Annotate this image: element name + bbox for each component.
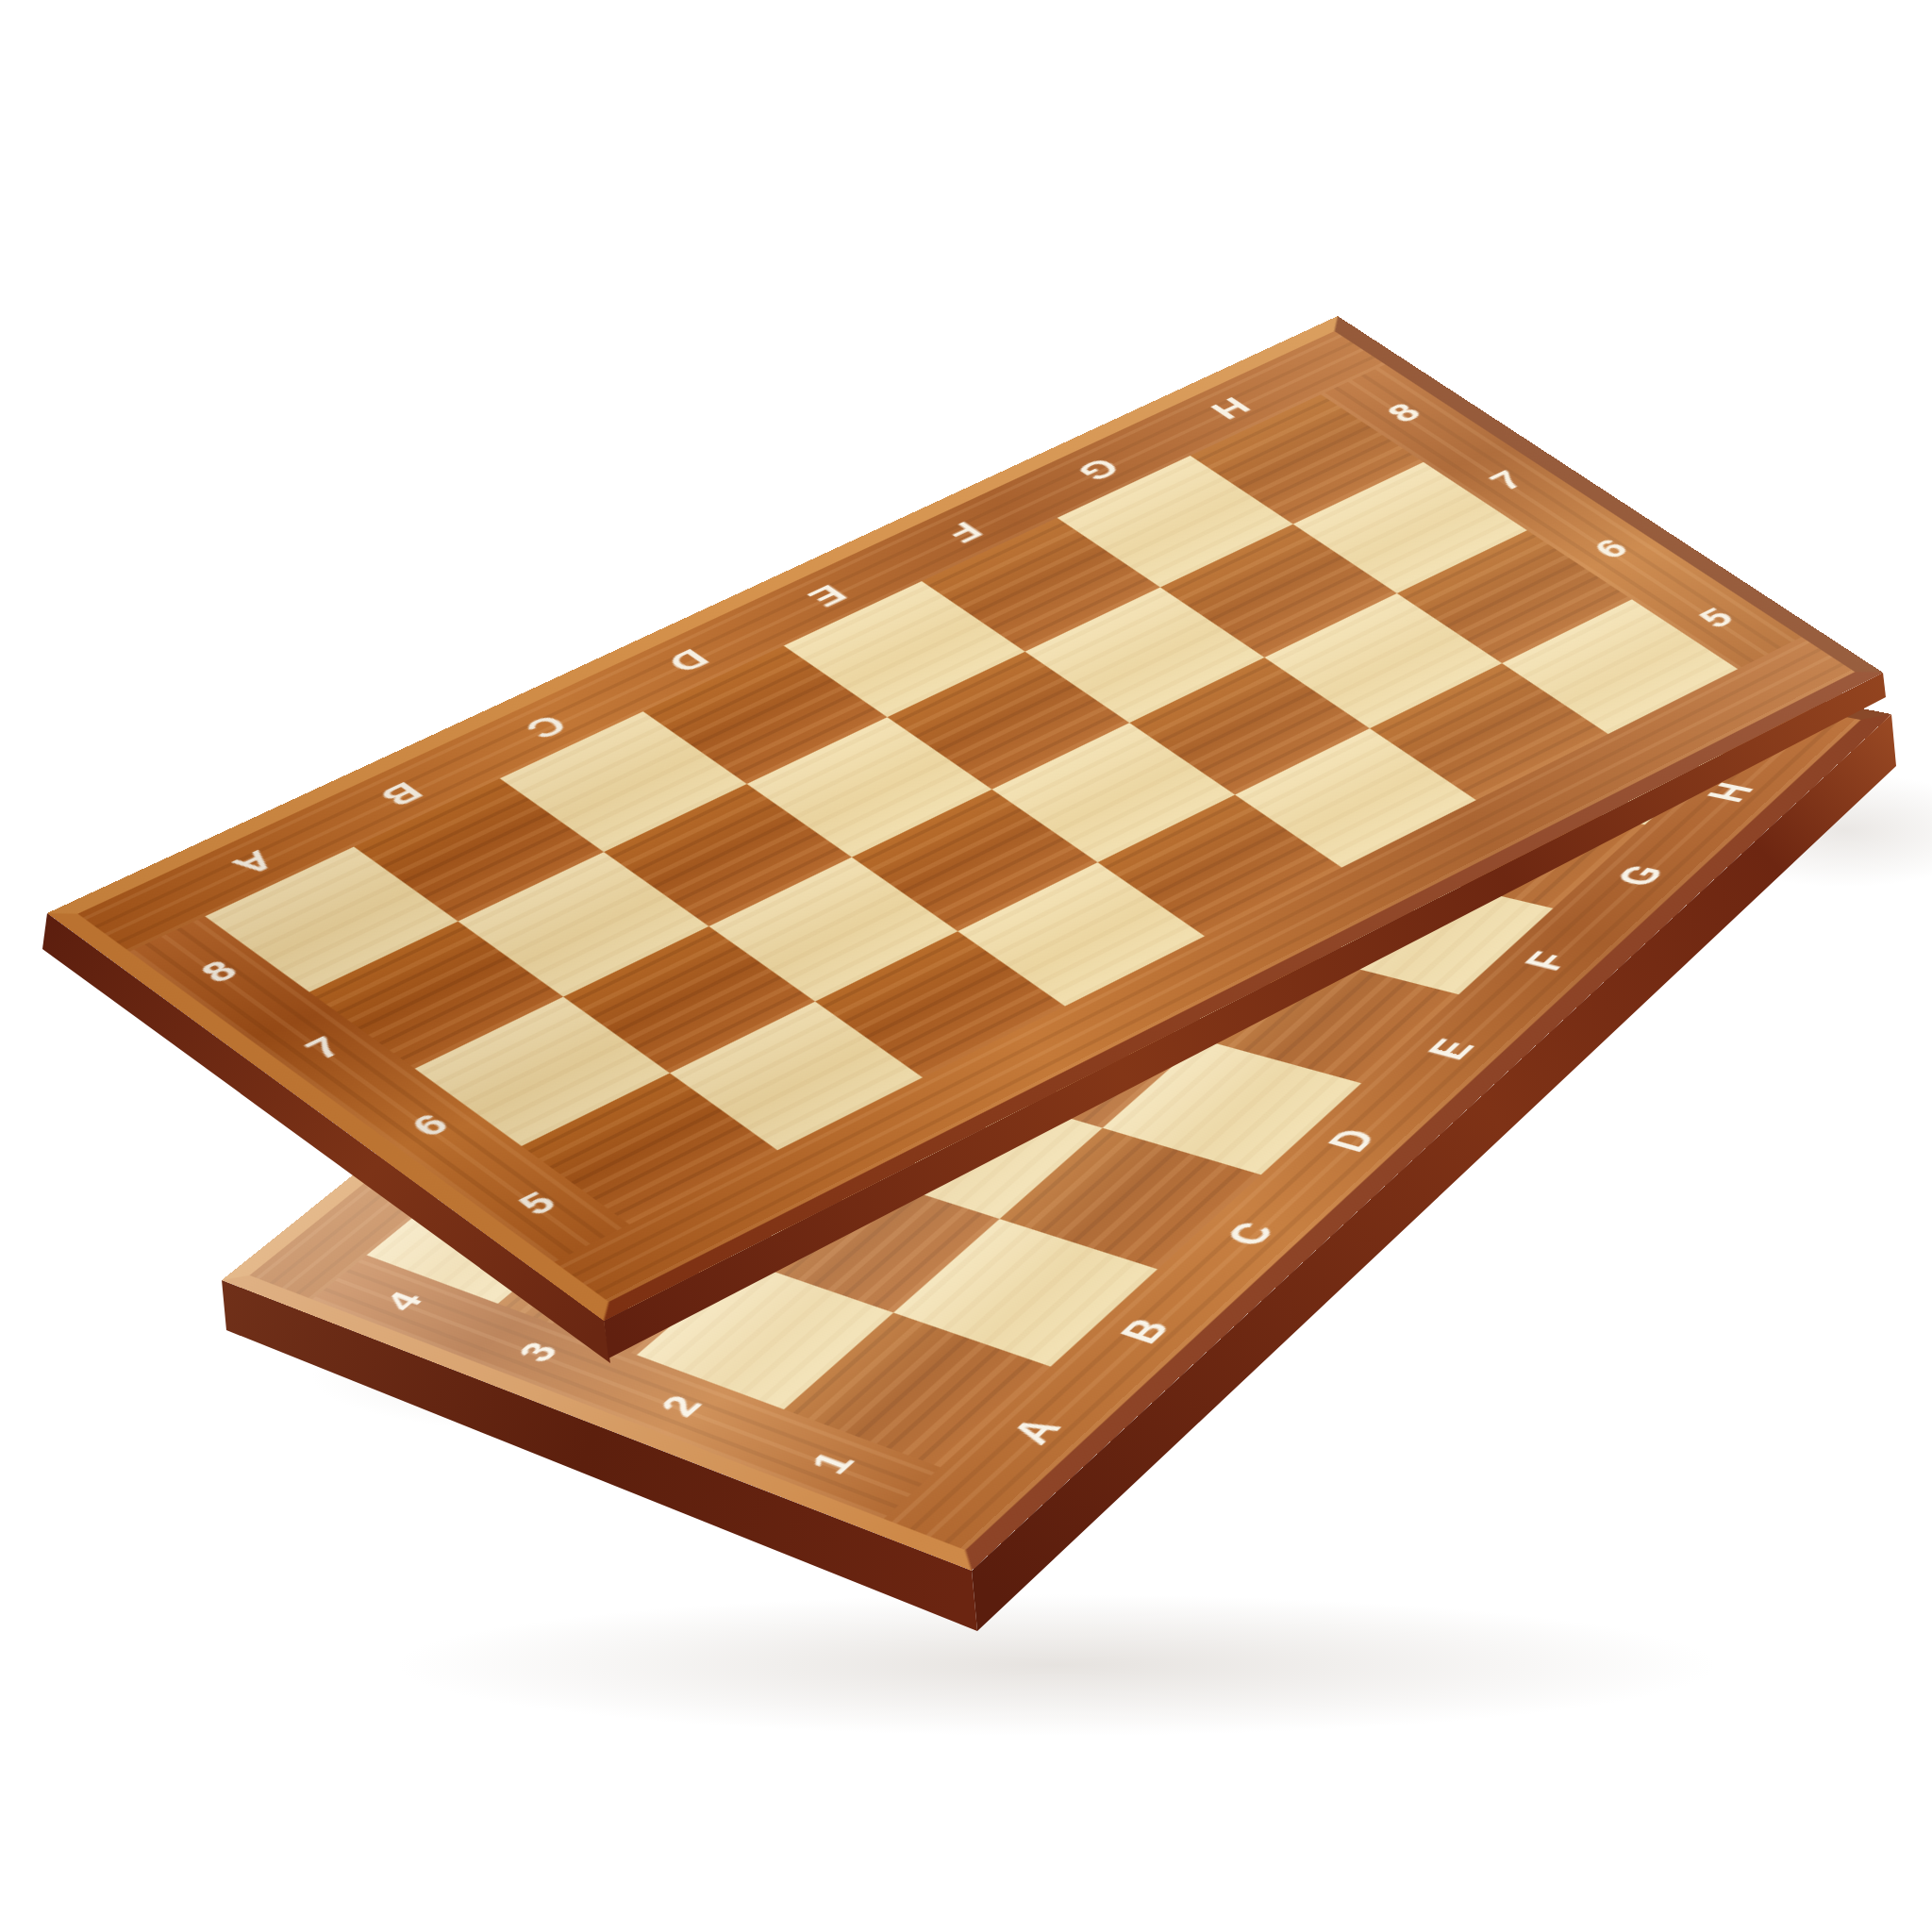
soft-shadow-bottom <box>396 1594 1717 1736</box>
chessboard-product-photo[interactable]: ABCDEFGH44332211 ABCDEFGH88776655 <box>0 0 1932 1932</box>
top-half-squares-grid <box>205 394 1738 1224</box>
